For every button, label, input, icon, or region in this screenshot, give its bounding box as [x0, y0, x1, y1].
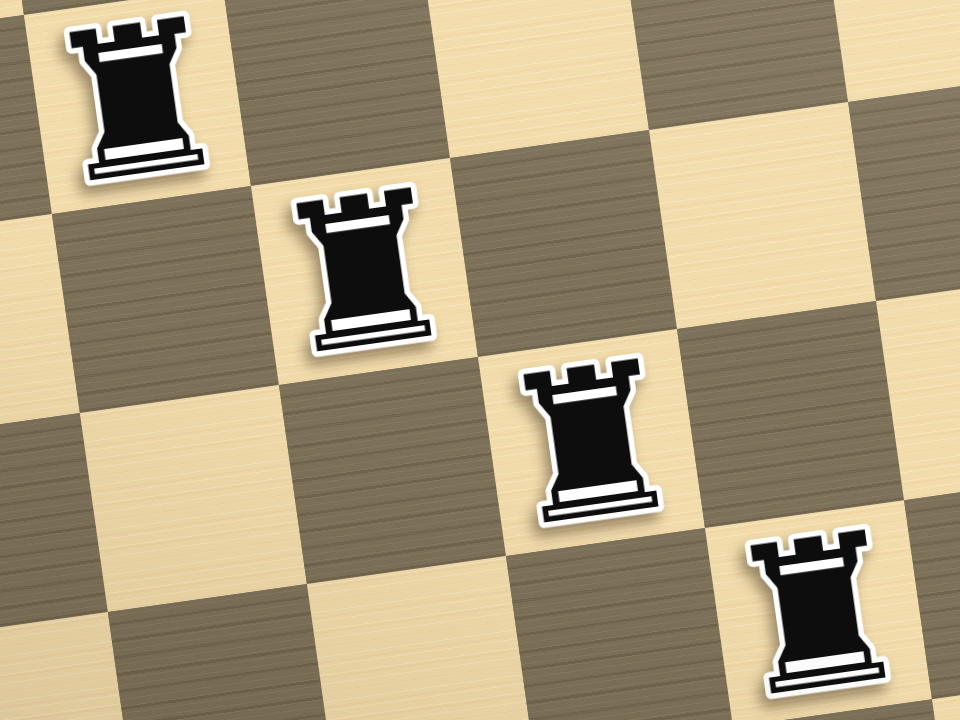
square-b5[interactable] [80, 385, 307, 612]
svg-text:♜: ♜ [711, 485, 926, 720]
square-e6[interactable] [649, 102, 876, 329]
square-c4[interactable] [307, 556, 534, 720]
black-rook-icon: ♜ [705, 500, 932, 720]
chess-board: ♜♜♜♜ [0, 0, 960, 720]
black-rook-icon: ♜ [251, 158, 478, 385]
chessboard-view: ♜♜♜♜ [0, 0, 960, 720]
svg-text:♜: ♜ [257, 142, 472, 403]
black-rook-icon: ♜ [478, 329, 705, 556]
piece-black-rook-b7[interactable]: ♜ [24, 0, 251, 214]
svg-text:♜: ♜ [484, 313, 699, 574]
piece-black-rook-d5[interactable]: ♜ [478, 329, 705, 556]
piece-black-rook-e4[interactable]: ♜ [705, 500, 932, 720]
black-rook-icon: ♜ [24, 0, 251, 214]
piece-black-rook-c6[interactable]: ♜ [251, 158, 478, 385]
svg-text:♜: ♜ [30, 0, 245, 233]
